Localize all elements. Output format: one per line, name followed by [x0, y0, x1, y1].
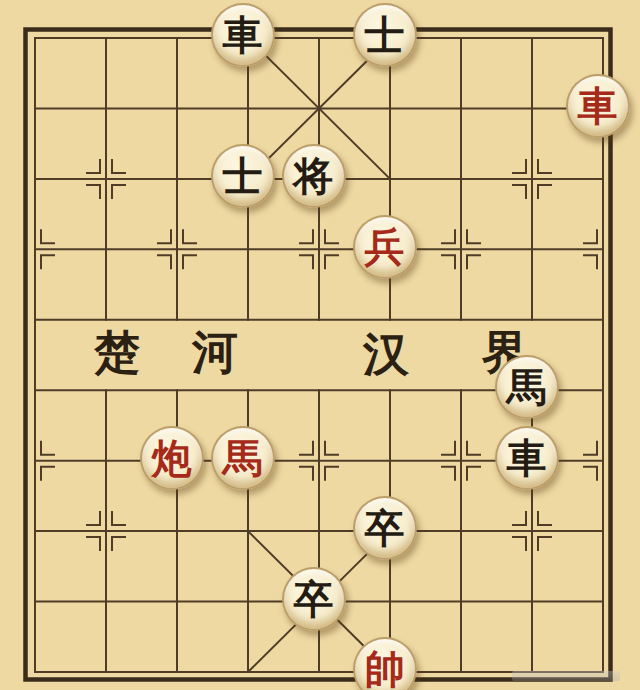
- piece-glyph: 士: [365, 15, 405, 55]
- piece-black-soldier-1[interactable]: 卒: [353, 496, 417, 560]
- piece-black-general[interactable]: 将: [282, 144, 346, 208]
- piece-glyph: 帥: [365, 649, 405, 689]
- piece-red-horse[interactable]: 馬: [211, 426, 275, 490]
- piece-black-advisor-1[interactable]: 士: [353, 3, 417, 67]
- piece-glyph: 卒: [365, 508, 405, 548]
- piece-black-chariot-2[interactable]: 車: [495, 426, 559, 490]
- piece-black-advisor-2[interactable]: 士: [211, 144, 275, 208]
- board-grid[interactable]: 車士車士将兵馬炮馬車卒卒帥: [0, 3, 638, 690]
- piece-red-chariot[interactable]: 車: [566, 74, 630, 138]
- piece-glyph: 士: [223, 156, 263, 196]
- piece-glyph: 将: [294, 156, 334, 196]
- piece-red-soldier[interactable]: 兵: [353, 215, 417, 279]
- watermark: [512, 671, 620, 681]
- piece-glyph: 車: [578, 86, 618, 126]
- piece-glyph: 炮: [152, 438, 192, 478]
- piece-glyph: 馬: [507, 367, 547, 407]
- piece-black-chariot-1[interactable]: 車: [211, 3, 275, 67]
- piece-glyph: 車: [507, 438, 547, 478]
- piece-black-horse[interactable]: 馬: [495, 355, 559, 419]
- xiangqi-board: 楚 河 汉 界 車士車士将兵馬炮馬車卒卒帥: [0, 0, 640, 690]
- piece-glyph: 兵: [365, 227, 405, 267]
- piece-black-soldier-2[interactable]: 卒: [282, 567, 346, 631]
- piece-red-general[interactable]: 帥: [353, 637, 417, 690]
- piece-red-cannon[interactable]: 炮: [140, 426, 204, 490]
- piece-glyph: 馬: [223, 438, 263, 478]
- piece-glyph: 車: [223, 15, 263, 55]
- piece-glyph: 卒: [294, 579, 334, 619]
